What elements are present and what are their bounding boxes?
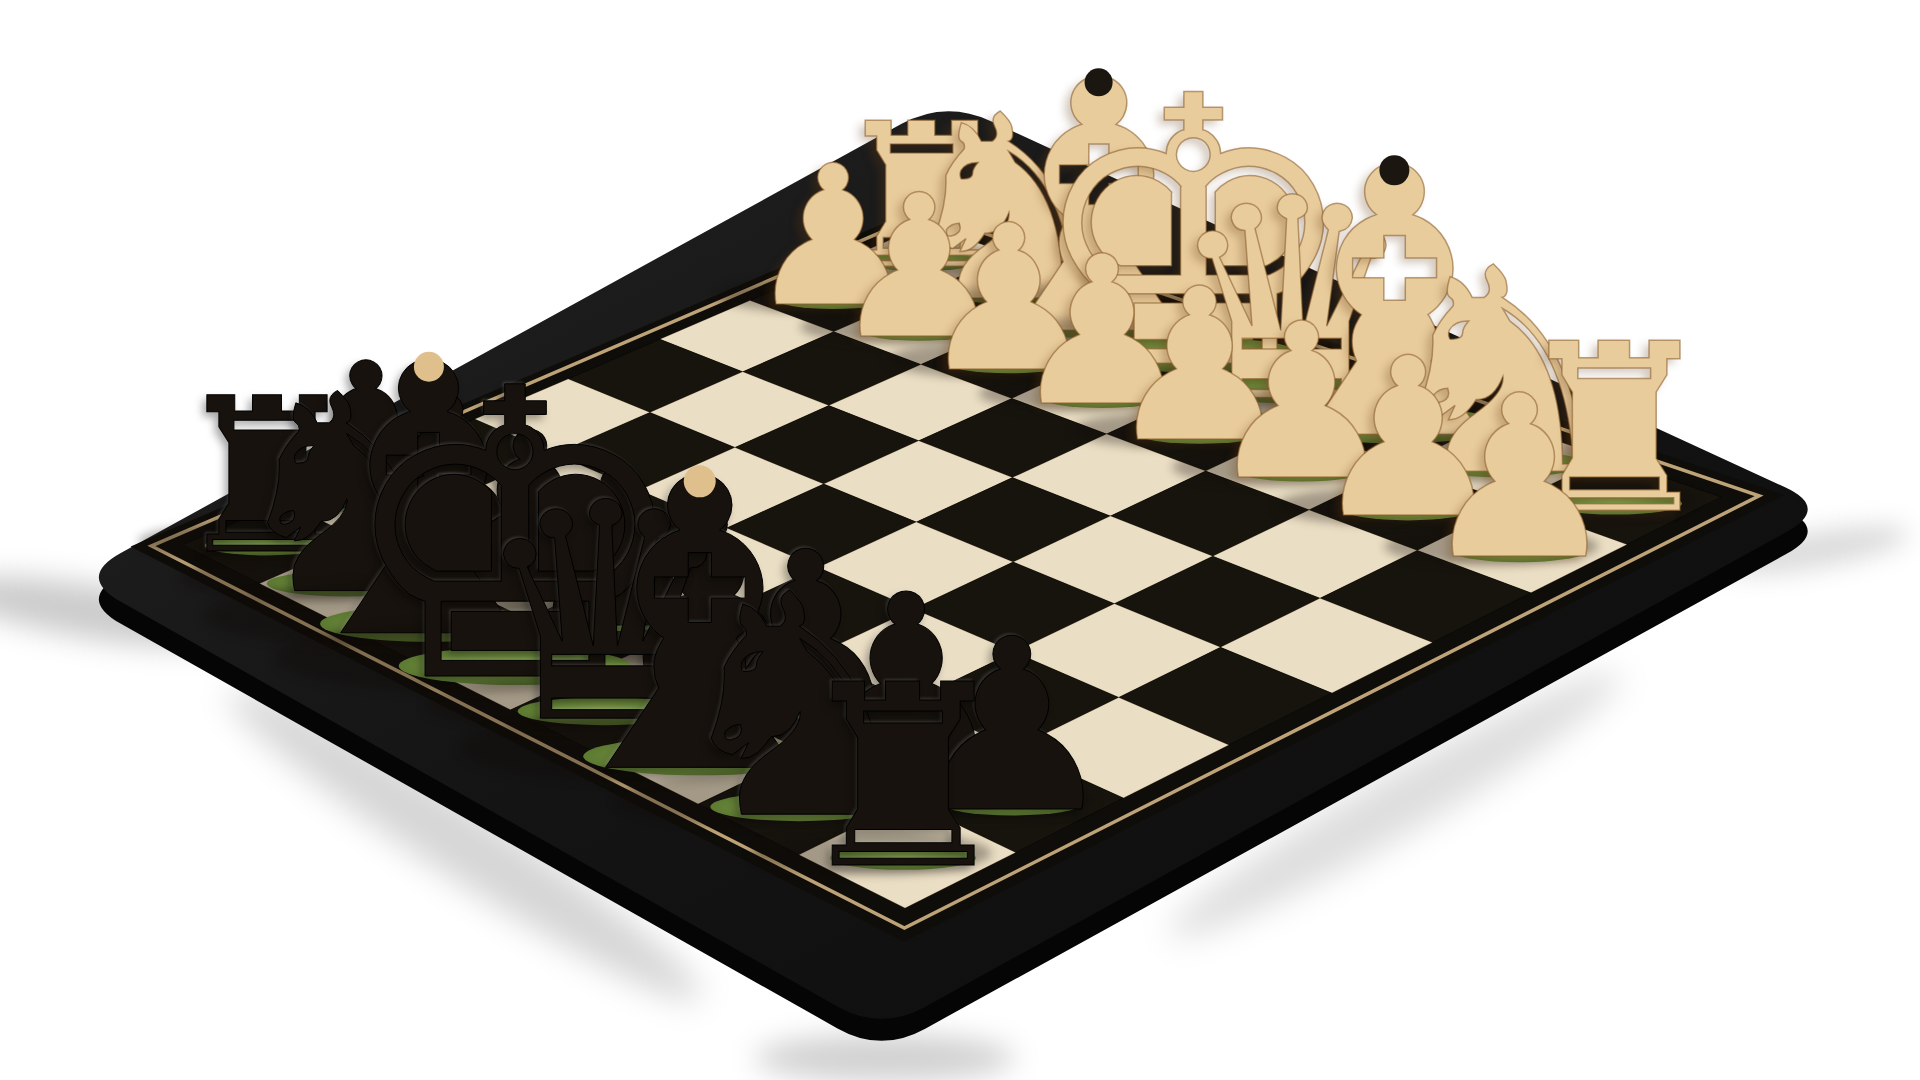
product-photo-scene: ♜♞♝♚♛♝♞♜♟♟♟♟♟♟♟♟♟♟♟♟♟♟♟♟♜♞♝♚♛♝♞♜ (0, 0, 1920, 1080)
black-rook[interactable]: ♜ (790, 651, 1016, 903)
white-bishop-finial-ball (1380, 155, 1410, 185)
white-pawn[interactable]: ♟ (1419, 367, 1621, 592)
black-bishop-finial-ball (684, 465, 716, 497)
